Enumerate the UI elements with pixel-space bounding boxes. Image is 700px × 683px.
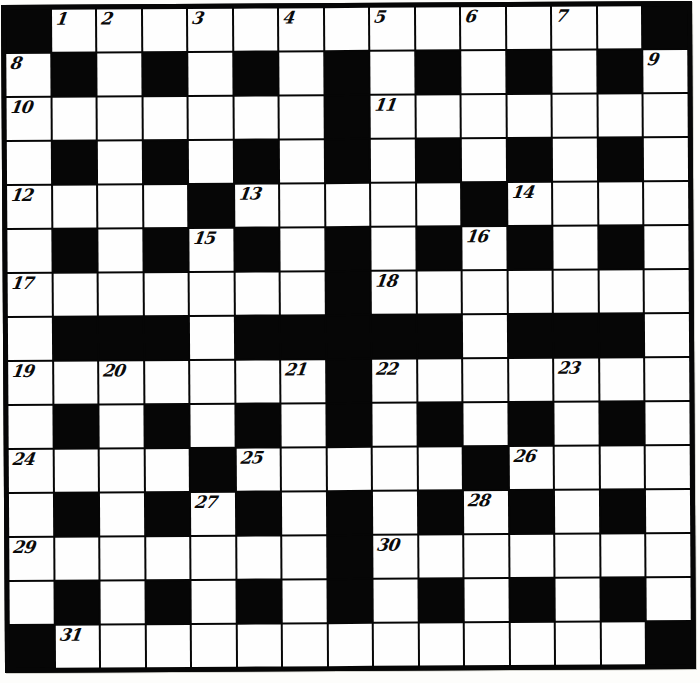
cell-2-1[interactable] — [52, 98, 96, 140]
block-4-4 — [189, 185, 233, 227]
block-3-9 — [417, 139, 461, 181]
cell-4-5[interactable]: 13 — [235, 184, 279, 226]
clue-number: 6 — [463, 7, 476, 26]
cell-3-2[interactable] — [98, 141, 142, 183]
clue-number: 26 — [512, 447, 536, 466]
crossword-grid: 1234567891011121314151617181920212223242… — [1, 1, 696, 673]
cell-12-12[interactable] — [556, 534, 600, 576]
cell-13-10[interactable] — [465, 579, 509, 621]
cell-12-11[interactable] — [510, 535, 554, 577]
cell-10-14[interactable] — [646, 446, 690, 488]
cell-3-8[interactable] — [371, 140, 415, 182]
cell-0-10[interactable]: 6 — [461, 7, 505, 49]
block-11-3 — [146, 493, 190, 535]
cell-3-14[interactable] — [644, 138, 688, 180]
cell-4-13[interactable] — [599, 182, 643, 224]
block-13-1 — [55, 582, 99, 624]
cell-12-10[interactable] — [465, 535, 509, 577]
cell-10-13[interactable] — [601, 446, 645, 488]
cell-8-4[interactable] — [190, 361, 234, 403]
cell-10-0[interactable]: 24 — [9, 450, 53, 492]
clue-number: 29 — [11, 538, 35, 557]
cell-13-14[interactable] — [647, 578, 691, 620]
cell-3-6[interactable] — [280, 140, 324, 182]
block-9-13 — [600, 402, 644, 444]
cell-9-6[interactable] — [282, 404, 326, 446]
clue-number: 8 — [8, 54, 21, 73]
cell-12-3[interactable] — [146, 537, 190, 579]
block-11-7 — [328, 492, 372, 534]
block-1-7 — [325, 52, 369, 94]
cell-4-0[interactable]: 12 — [7, 186, 51, 228]
cell-10-5[interactable]: 25 — [236, 448, 280, 490]
cell-0-5[interactable] — [234, 8, 278, 50]
cell-8-1[interactable] — [54, 362, 98, 404]
cell-14-9[interactable] — [420, 623, 464, 665]
cell-3-10[interactable] — [462, 139, 506, 181]
cell-8-14[interactable] — [646, 358, 690, 400]
block-5-7 — [326, 228, 370, 270]
cell-6-13[interactable] — [600, 270, 644, 312]
block-5-9 — [417, 227, 461, 269]
cell-12-5[interactable] — [237, 536, 281, 578]
cell-13-12[interactable] — [556, 578, 600, 620]
block-1-3 — [143, 53, 187, 95]
block-5-11 — [508, 227, 552, 269]
clue-number: 18 — [374, 272, 398, 291]
block-2-7 — [325, 96, 369, 138]
scanned-crossword-page: 1234567891011121314151617181920212223242… — [0, 0, 700, 683]
cell-8-2[interactable]: 20 — [99, 361, 143, 403]
clue-number: 14 — [510, 183, 534, 202]
clue-number: 25 — [238, 449, 262, 468]
block-1-9 — [416, 51, 460, 93]
cell-6-10[interactable] — [463, 271, 507, 313]
cell-12-14[interactable] — [647, 534, 691, 576]
cell-14-5[interactable] — [237, 624, 281, 666]
cell-2-11[interactable] — [507, 95, 551, 137]
cell-10-9[interactable] — [418, 447, 462, 489]
cell-12-4[interactable] — [191, 537, 235, 579]
cell-2-4[interactable] — [189, 97, 233, 139]
cell-11-4[interactable]: 27 — [191, 493, 235, 535]
cell-1-4[interactable] — [188, 53, 232, 95]
block-9-11 — [509, 403, 553, 445]
cell-10-2[interactable] — [100, 449, 144, 491]
cell-12-0[interactable]: 29 — [9, 538, 53, 580]
clue-number: 16 — [465, 227, 489, 246]
block-7-1 — [53, 318, 97, 360]
cell-12-2[interactable] — [100, 537, 144, 579]
cell-13-0[interactable] — [9, 582, 53, 624]
cell-8-6[interactable]: 21 — [281, 360, 325, 402]
cell-1-2[interactable] — [97, 53, 141, 95]
block-5-1 — [53, 230, 97, 272]
clue-number: 12 — [9, 186, 33, 205]
cell-0-11[interactable] — [507, 7, 551, 49]
block-5-5 — [235, 228, 279, 270]
block-13-9 — [419, 579, 463, 621]
clue-number: 19 — [10, 362, 34, 381]
block-13-5 — [237, 580, 281, 622]
clue-number: 1 — [53, 10, 66, 29]
cell-0-4[interactable]: 3 — [188, 9, 232, 51]
block-9-5 — [236, 404, 280, 446]
block-11-5 — [237, 492, 281, 534]
cell-4-14[interactable] — [645, 182, 689, 224]
cell-8-11[interactable] — [509, 359, 553, 401]
cell-6-8[interactable]: 18 — [372, 272, 416, 314]
cell-14-4[interactable] — [192, 625, 236, 667]
cell-5-14[interactable] — [645, 226, 689, 268]
cell-10-1[interactable] — [54, 450, 98, 492]
cell-14-13[interactable] — [602, 622, 646, 664]
cell-7-4[interactable] — [190, 317, 234, 359]
cell-9-12[interactable] — [555, 402, 599, 444]
cell-2-9[interactable] — [416, 95, 460, 137]
cell-2-5[interactable] — [234, 96, 278, 138]
block-13-7 — [328, 580, 372, 622]
cell-6-9[interactable] — [417, 271, 461, 313]
block-7-12 — [554, 314, 598, 356]
block-1-1 — [52, 54, 96, 96]
block-3-3 — [143, 141, 187, 183]
cell-2-14[interactable] — [644, 94, 688, 136]
cell-14-1[interactable]: 31 — [55, 626, 99, 668]
cell-9-0[interactable] — [8, 406, 52, 448]
block-10-4 — [191, 449, 235, 491]
clue-number: 2 — [99, 9, 112, 28]
cell-6-2[interactable] — [99, 273, 143, 315]
block-0-0 — [6, 10, 50, 52]
cell-6-1[interactable] — [53, 274, 97, 316]
cell-3-4[interactable] — [189, 141, 233, 183]
block-11-1 — [54, 494, 98, 536]
cell-5-12[interactable] — [554, 226, 598, 268]
cell-14-6[interactable] — [283, 624, 327, 666]
cell-6-5[interactable] — [235, 272, 279, 314]
clue-number: 11 — [373, 96, 397, 115]
block-3-13 — [599, 138, 643, 180]
cell-9-14[interactable] — [646, 402, 690, 444]
block-7-8 — [372, 316, 416, 358]
block-1-11 — [507, 51, 551, 93]
block-3-1 — [52, 142, 96, 184]
clue-number: 17 — [10, 274, 34, 293]
cell-6-3[interactable] — [144, 273, 188, 315]
block-9-3 — [145, 405, 189, 447]
cell-4-1[interactable] — [53, 186, 97, 228]
cell-8-0[interactable]: 19 — [8, 362, 52, 404]
cell-4-11[interactable]: 14 — [508, 183, 552, 225]
cell-10-11[interactable]: 26 — [510, 447, 554, 489]
block-11-11 — [510, 491, 554, 533]
cell-6-11[interactable] — [508, 271, 552, 313]
cell-3-12[interactable] — [553, 138, 597, 180]
cell-9-2[interactable] — [99, 405, 143, 447]
cell-5-8[interactable] — [372, 228, 416, 270]
cell-8-12[interactable]: 23 — [555, 358, 599, 400]
block-1-13 — [598, 50, 642, 92]
cell-0-12[interactable]: 7 — [552, 6, 596, 48]
block-13-3 — [146, 581, 190, 623]
cell-2-0[interactable]: 10 — [7, 98, 51, 140]
cell-10-6[interactable] — [282, 448, 326, 490]
cell-8-10[interactable] — [463, 359, 507, 401]
cell-4-8[interactable] — [371, 184, 415, 226]
cell-8-5[interactable] — [236, 360, 280, 402]
cell-2-13[interactable] — [598, 94, 642, 136]
clue-number: 30 — [375, 536, 399, 555]
cell-11-8[interactable] — [373, 492, 417, 534]
cell-8-3[interactable] — [145, 361, 189, 403]
cell-5-2[interactable] — [98, 229, 142, 271]
cell-8-8[interactable]: 22 — [372, 360, 416, 402]
cell-1-6[interactable] — [279, 52, 323, 94]
cell-12-13[interactable] — [601, 534, 645, 576]
cell-13-8[interactable] — [374, 580, 418, 622]
cell-13-6[interactable] — [283, 580, 327, 622]
cell-0-7[interactable] — [325, 8, 369, 50]
block-7-5 — [236, 316, 280, 358]
clue-number: 21 — [283, 360, 307, 379]
cell-8-9[interactable] — [418, 359, 462, 401]
block-9-1 — [54, 406, 98, 448]
cell-4-2[interactable] — [98, 185, 142, 227]
cell-4-12[interactable] — [553, 182, 597, 224]
block-13-11 — [510, 579, 554, 621]
cell-13-2[interactable] — [101, 581, 145, 623]
clue-number: 28 — [466, 491, 490, 510]
cell-11-12[interactable] — [555, 490, 599, 532]
cell-2-2[interactable] — [98, 97, 142, 139]
cell-12-9[interactable] — [419, 535, 463, 577]
block-0-14 — [643, 6, 687, 48]
block-7-3 — [144, 317, 188, 359]
cell-2-6[interactable] — [280, 96, 324, 138]
clue-number: 7 — [554, 7, 567, 26]
cell-0-8[interactable]: 5 — [370, 8, 414, 50]
cell-11-0[interactable] — [9, 494, 53, 536]
cell-14-11[interactable] — [511, 623, 555, 665]
block-13-13 — [601, 578, 645, 620]
cell-0-13[interactable] — [598, 6, 642, 48]
cell-4-9[interactable] — [417, 183, 461, 225]
cell-6-14[interactable] — [645, 270, 689, 312]
clue-number: 24 — [11, 450, 35, 469]
block-7-7 — [327, 316, 371, 358]
cell-14-10[interactable] — [465, 623, 509, 665]
block-12-7 — [328, 536, 372, 578]
block-14-0 — [10, 626, 54, 668]
cell-9-10[interactable] — [464, 403, 508, 445]
cell-10-8[interactable] — [373, 448, 417, 490]
clue-number: 3 — [190, 9, 203, 28]
cell-7-10[interactable] — [463, 315, 507, 357]
cell-10-7[interactable] — [327, 448, 371, 490]
cell-1-0[interactable]: 8 — [6, 54, 50, 96]
cell-12-8[interactable]: 30 — [373, 536, 417, 578]
clue-number: 27 — [193, 493, 217, 512]
cell-11-14[interactable] — [646, 490, 690, 532]
block-9-7 — [327, 404, 371, 446]
cell-11-2[interactable] — [100, 493, 144, 535]
block-8-7 — [327, 360, 371, 402]
clue-number: 4 — [281, 8, 294, 27]
clue-number: 31 — [57, 626, 81, 645]
cell-6-0[interactable]: 17 — [8, 274, 52, 316]
block-7-9 — [418, 315, 462, 357]
cell-12-6[interactable] — [282, 536, 326, 578]
cell-1-8[interactable] — [371, 52, 415, 94]
cell-6-6[interactable] — [281, 272, 325, 314]
block-1-5 — [234, 52, 278, 94]
cell-2-10[interactable] — [462, 95, 506, 137]
block-6-7 — [326, 272, 370, 314]
cell-6-4[interactable] — [190, 273, 234, 315]
cell-5-0[interactable] — [7, 230, 51, 272]
block-7-13 — [600, 314, 644, 356]
block-14-14 — [647, 622, 691, 664]
cell-1-14[interactable]: 9 — [644, 50, 688, 92]
block-5-13 — [599, 226, 643, 268]
block-7-11 — [509, 315, 553, 357]
block-3-7 — [326, 140, 370, 182]
cell-7-0[interactable] — [8, 318, 52, 360]
cell-5-6[interactable] — [281, 228, 325, 270]
cell-8-13[interactable] — [600, 358, 644, 400]
clue-number: 13 — [237, 185, 261, 204]
clue-number: 23 — [556, 359, 580, 378]
cell-11-10[interactable]: 28 — [464, 491, 508, 533]
clue-number: 10 — [9, 98, 33, 117]
cell-2-3[interactable] — [143, 97, 187, 139]
block-9-9 — [418, 403, 462, 445]
cell-2-8[interactable]: 11 — [371, 96, 415, 138]
cell-13-4[interactable] — [192, 581, 236, 623]
cell-11-6[interactable] — [282, 492, 326, 534]
clue-number: 15 — [191, 229, 215, 248]
cell-9-4[interactable] — [191, 405, 235, 447]
cell-6-12[interactable] — [554, 270, 598, 312]
cell-14-12[interactable] — [556, 622, 600, 664]
block-11-13 — [601, 490, 645, 532]
block-7-6 — [281, 316, 325, 358]
cell-5-10[interactable]: 16 — [463, 227, 507, 269]
cell-4-6[interactable] — [280, 184, 324, 226]
cell-14-3[interactable] — [146, 625, 190, 667]
cell-4-7[interactable] — [326, 184, 370, 226]
cell-12-1[interactable] — [55, 538, 99, 580]
cell-2-12[interactable] — [553, 94, 597, 136]
clue-number: 20 — [101, 361, 125, 380]
cell-0-9[interactable] — [416, 7, 460, 49]
cell-14-2[interactable] — [101, 625, 145, 667]
block-3-5 — [234, 140, 278, 182]
cell-3-0[interactable] — [7, 142, 51, 184]
block-11-9 — [419, 491, 463, 533]
clue-number: 9 — [646, 50, 659, 69]
block-5-3 — [144, 229, 188, 271]
clue-number: 22 — [374, 360, 398, 379]
clue-number: 5 — [372, 8, 385, 27]
cell-0-1[interactable]: 1 — [52, 10, 96, 52]
cell-0-6[interactable]: 4 — [279, 8, 323, 50]
cell-10-12[interactable] — [555, 446, 599, 488]
cell-10-3[interactable] — [145, 449, 189, 491]
cell-7-14[interactable] — [645, 314, 689, 356]
cell-14-8[interactable] — [374, 624, 418, 666]
cell-14-7[interactable] — [328, 624, 372, 666]
block-7-2 — [99, 317, 143, 359]
cell-0-3[interactable] — [143, 9, 187, 51]
cell-4-3[interactable] — [144, 185, 188, 227]
cell-1-10[interactable] — [462, 51, 506, 93]
cell-0-2[interactable]: 2 — [97, 9, 141, 51]
cell-9-8[interactable] — [373, 404, 417, 446]
block-3-11 — [508, 139, 552, 181]
cell-5-4[interactable]: 15 — [189, 229, 233, 271]
block-4-10 — [462, 183, 506, 225]
cell-1-12[interactable] — [553, 50, 597, 92]
block-10-10 — [464, 447, 508, 489]
